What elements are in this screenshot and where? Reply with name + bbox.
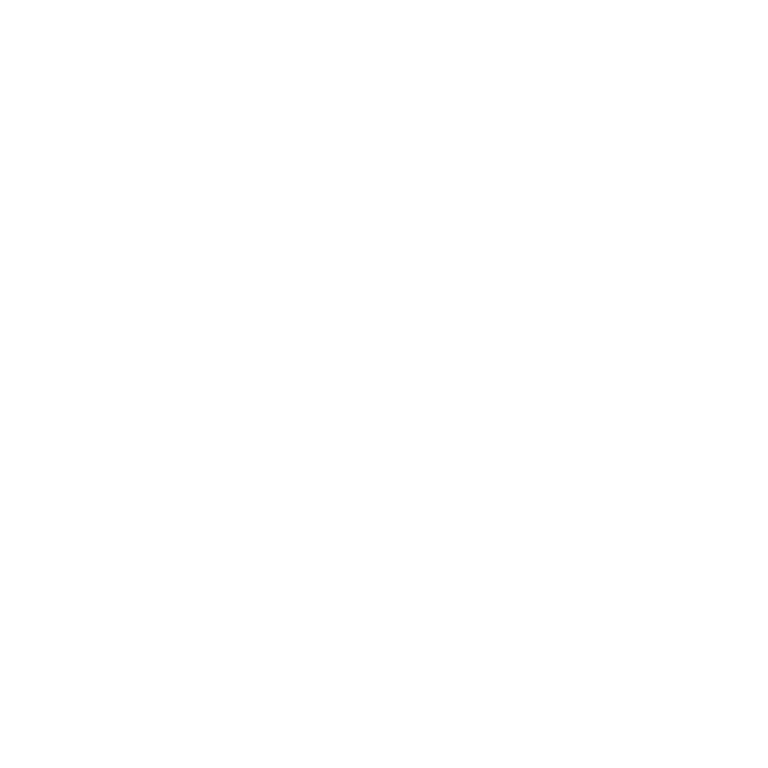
chess-board	[0, 0, 768, 768]
chess-diagram	[0, 0, 768, 768]
